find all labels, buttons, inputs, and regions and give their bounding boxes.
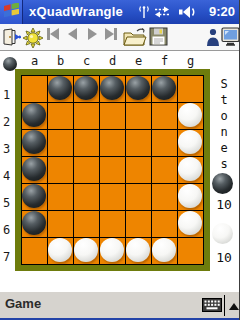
stone-black-d1 (100, 76, 124, 100)
save-floppy-icon[interactable] (149, 27, 168, 46)
board-cell-c2[interactable] (74, 103, 99, 129)
board-cell-f1[interactable] (152, 76, 177, 102)
white-hand-count: 10 (211, 250, 237, 265)
board-cell-b1[interactable] (48, 76, 73, 102)
stone-white-g2 (178, 103, 202, 127)
board-cell-g3[interactable] (178, 130, 203, 156)
board-cell-a6[interactable] (22, 211, 47, 237)
board-cell-c7[interactable] (74, 238, 99, 264)
board-cell-e1[interactable] (126, 76, 151, 102)
board-cell-f7[interactable] (152, 238, 177, 264)
board-cell-e5[interactable] (126, 184, 151, 210)
sync-arrows-icon[interactable] (152, 5, 172, 23)
board-cell-g2[interactable] (178, 103, 203, 129)
board-cell-e2[interactable] (126, 103, 151, 129)
keyboard-icon[interactable] (202, 298, 222, 316)
stone-white-g6 (178, 211, 202, 235)
board-cell-d6[interactable] (100, 211, 125, 237)
row-label-4: 4 (0, 157, 13, 183)
stone-white-g5 (178, 184, 202, 208)
board-cell-f4[interactable] (152, 157, 177, 183)
stone-black-a2 (22, 103, 46, 127)
antenna-signal-icon[interactable] (138, 5, 150, 23)
board-cell-a5[interactable] (22, 184, 47, 210)
board-cell-d2[interactable] (100, 103, 125, 129)
row-label-6: 6 (0, 211, 13, 237)
stone-white-g3 (178, 130, 202, 154)
board-cell-g6[interactable] (178, 211, 203, 237)
open-folder-icon[interactable] (123, 27, 147, 47)
stone-white-g4 (178, 157, 202, 181)
board-cell-e3[interactable] (126, 130, 151, 156)
skip-to-start-icon[interactable] (47, 28, 59, 40)
left-triangle (68, 28, 77, 40)
board-cell-c3[interactable] (74, 130, 99, 156)
stone-white-d7 (100, 238, 124, 262)
board-cell-d5[interactable] (100, 184, 125, 210)
stones-vertical-letter: e (216, 140, 232, 156)
left-triangle (50, 28, 59, 40)
stone-white-c7 (74, 238, 98, 262)
stones-vertical-letter: n (216, 124, 232, 140)
white-hand-stone-icon (212, 223, 233, 244)
black-hand-count: 10 (211, 197, 237, 212)
windows-flag-icon (3, 3, 20, 22)
board-cell-g7[interactable] (178, 238, 203, 264)
board-cell-d4[interactable] (100, 157, 125, 183)
stone-black-e1 (126, 76, 150, 100)
column-label-f: f (152, 54, 177, 68)
black-hand-stone-icon (212, 173, 233, 194)
app-title: xQuadWrangle (29, 4, 123, 19)
board-cell-a3[interactable] (22, 130, 47, 156)
stones-vertical-letter: S (216, 76, 232, 92)
column-label-a: a (22, 54, 47, 68)
column-label-d: d (100, 54, 125, 68)
settings-sun-icon[interactable] (23, 28, 43, 48)
stone-black-a4 (22, 157, 46, 181)
column-label-e: e (126, 54, 151, 68)
stones-vertical-letter: t (216, 92, 232, 108)
board-cell-d7[interactable] (100, 238, 125, 264)
skip-bar (114, 28, 117, 40)
board-cell-e4[interactable] (126, 157, 151, 183)
board-cell-b3[interactable] (48, 130, 73, 156)
board-cell-d3[interactable] (100, 130, 125, 156)
menubar-divider (224, 295, 225, 316)
row-label-3: 3 (0, 130, 13, 156)
stone-black-f1 (152, 76, 176, 100)
board-cell-f5[interactable] (152, 184, 177, 210)
stone-black-a3 (22, 130, 46, 154)
board-cell-b5[interactable] (48, 184, 73, 210)
speaker-volume-icon[interactable] (178, 5, 200, 23)
board-cell-b4[interactable] (48, 157, 73, 183)
toolbar (0, 24, 240, 51)
right-triangle (88, 28, 97, 40)
skip-to-end-icon[interactable] (105, 28, 117, 40)
board-cell-c1[interactable] (74, 76, 99, 102)
board-cell-e7[interactable] (126, 238, 151, 264)
board-cell-b6[interactable] (48, 211, 73, 237)
board-cell-f6[interactable] (152, 211, 177, 237)
pda-screen: xQuadWrangle 9:20 (0, 0, 240, 320)
board-cell-b7[interactable] (48, 238, 73, 264)
board-cell-d1[interactable] (100, 76, 125, 102)
step-forward-icon[interactable] (88, 28, 97, 40)
stones-vertical-letter: s (216, 156, 232, 172)
board-cell-a7[interactable] (22, 238, 47, 264)
board-cell-f2[interactable] (152, 103, 177, 129)
step-back-icon[interactable] (68, 28, 77, 40)
stone-black-a5 (22, 184, 46, 208)
player-person-icon[interactable] (206, 28, 220, 46)
start-menu-button[interactable] (0, 0, 23, 24)
stone-white-e7 (126, 238, 150, 262)
menu-bar: Game (0, 291, 240, 320)
column-label-b: b (48, 54, 73, 68)
board-cell-a4[interactable] (22, 157, 47, 183)
board-cell-a1[interactable] (22, 76, 47, 102)
board-cell-g1[interactable] (178, 76, 203, 102)
sip-up-arrow[interactable] (229, 303, 239, 310)
display-monitor-icon[interactable] (221, 27, 240, 46)
board-cell-g5[interactable] (178, 184, 203, 210)
stone-black-c1 (74, 76, 98, 100)
column-label-c: c (74, 54, 99, 68)
board-cell-f3[interactable] (152, 130, 177, 156)
stone-white-b7 (48, 238, 72, 262)
clock-time[interactable]: 9:20 (209, 4, 235, 19)
title-bar: xQuadWrangle 9:20 (0, 0, 240, 24)
column-label-g: g (178, 54, 203, 68)
stone-black-a6 (22, 211, 46, 235)
board-grid (22, 76, 203, 264)
stones-panel-label: Stones (216, 76, 232, 172)
row-label-2: 2 (0, 103, 13, 129)
board-cell-c6[interactable] (74, 211, 99, 237)
board-cell-g4[interactable] (178, 157, 203, 183)
row-label-1: 1 (0, 76, 13, 102)
menu-game[interactable]: Game (5, 296, 41, 311)
stone-black-b1 (48, 76, 72, 100)
exit-door-icon[interactable] (2, 28, 21, 46)
game-board (15, 69, 210, 271)
row-label-5: 5 (0, 184, 13, 210)
board-cell-c5[interactable] (74, 184, 99, 210)
stones-vertical-letter: o (216, 108, 232, 124)
board-cell-e6[interactable] (126, 211, 151, 237)
right-triangle (105, 28, 114, 40)
row-label-7: 7 (0, 238, 13, 264)
board-cell-c4[interactable] (74, 157, 99, 183)
board-cell-a2[interactable] (22, 103, 47, 129)
stone-white-f7 (152, 238, 176, 262)
board-cell-b2[interactable] (48, 103, 73, 129)
